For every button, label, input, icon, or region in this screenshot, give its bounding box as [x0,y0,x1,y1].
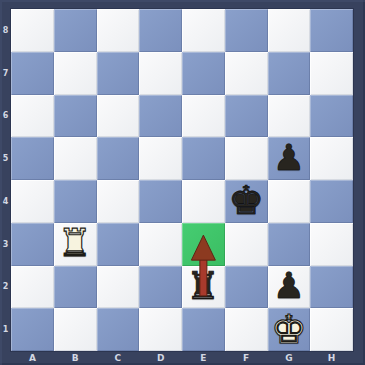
file-label-c: C [97,351,140,365]
file-label-h: H [310,351,353,365]
square-b1[interactable] [54,308,97,351]
square-a8[interactable] [11,9,54,52]
square-b7[interactable] [54,52,97,95]
file-label-a: A [11,351,54,365]
square-d1[interactable] [139,308,182,351]
square-a3[interactable] [11,223,54,266]
file-label-e: E [182,351,225,365]
square-d8[interactable] [139,9,182,52]
square-d6[interactable] [139,95,182,138]
square-e8[interactable] [182,9,225,52]
square-c4[interactable] [97,180,140,223]
rank-label-6: 6 [0,95,11,138]
square-h7[interactable] [310,52,353,95]
square-a4[interactable] [11,180,54,223]
rank-label-2: 2 [0,266,11,309]
piece-white-rook[interactable]: ♜ [58,224,92,262]
square-f7[interactable] [225,52,268,95]
square-g3[interactable] [268,223,311,266]
square-f4[interactable]: ♚ [225,180,268,223]
square-c3[interactable] [97,223,140,266]
square-f5[interactable] [225,137,268,180]
square-b6[interactable] [54,95,97,138]
piece-black-king[interactable]: ♚ [228,180,264,220]
square-g8[interactable] [268,9,311,52]
square-h4[interactable] [310,180,353,223]
square-h2[interactable] [310,266,353,309]
square-a7[interactable] [11,52,54,95]
square-a5[interactable] [11,137,54,180]
file-label-f: F [225,351,268,365]
square-e3[interactable] [182,223,225,266]
square-d2[interactable] [139,266,182,309]
square-b4[interactable] [54,180,97,223]
file-labels: ABCDEFGH [11,351,353,365]
square-f2[interactable] [225,266,268,309]
square-a2[interactable] [11,266,54,309]
square-e1[interactable] [182,308,225,351]
rank-label-8: 8 [0,9,11,52]
square-c8[interactable] [97,9,140,52]
square-b2[interactable] [54,266,97,309]
square-d7[interactable] [139,52,182,95]
square-e4[interactable] [182,180,225,223]
rank-label-5: 5 [0,137,11,180]
square-d5[interactable] [139,137,182,180]
rank-label-3: 3 [0,223,11,266]
square-a6[interactable] [11,95,54,138]
square-g7[interactable] [268,52,311,95]
square-c5[interactable] [97,137,140,180]
rank-label-1: 1 [0,308,11,351]
square-b3[interactable]: ♜ [54,223,97,266]
square-a1[interactable] [11,308,54,351]
square-f3[interactable] [225,223,268,266]
square-h5[interactable] [310,137,353,180]
square-c6[interactable] [97,95,140,138]
square-h1[interactable] [310,308,353,351]
piece-black-pawn[interactable]: ♟ [273,140,305,176]
square-h3[interactable] [310,223,353,266]
square-h6[interactable] [310,95,353,138]
square-e5[interactable] [182,137,225,180]
square-g5[interactable]: ♟ [268,137,311,180]
file-label-d: D [139,351,182,365]
piece-black-rook[interactable]: ♜ [186,267,220,305]
chess-board: ♟♚♜♜♟♚ [11,9,353,351]
square-c1[interactable] [97,308,140,351]
file-label-g: G [268,351,311,365]
rank-label-4: 4 [0,180,11,223]
square-g1[interactable]: ♚ [268,308,311,351]
square-g2[interactable]: ♟ [268,266,311,309]
square-c7[interactable] [97,52,140,95]
chess-board-frame: ♟♚♜♜♟♚ 87654321 ABCDEFGH [0,0,365,365]
square-b8[interactable] [54,9,97,52]
square-e6[interactable] [182,95,225,138]
square-f8[interactable] [225,9,268,52]
square-d4[interactable] [139,180,182,223]
square-c2[interactable] [97,266,140,309]
square-e2[interactable]: ♜ [182,266,225,309]
rank-label-7: 7 [0,52,11,95]
square-d3[interactable] [139,223,182,266]
square-g4[interactable] [268,180,311,223]
square-h8[interactable] [310,9,353,52]
square-f1[interactable] [225,308,268,351]
piece-black-pawn[interactable]: ♟ [273,268,305,304]
file-label-b: B [54,351,97,365]
square-b5[interactable] [54,137,97,180]
square-f6[interactable] [225,95,268,138]
rank-labels: 87654321 [0,9,11,351]
square-g6[interactable] [268,95,311,138]
square-e7[interactable] [182,52,225,95]
piece-white-king[interactable]: ♚ [271,309,307,349]
